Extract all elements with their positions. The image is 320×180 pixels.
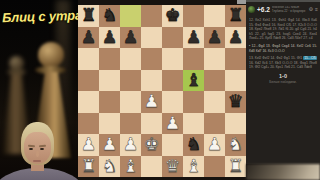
scrollbar-tab[interactable] (237, 0, 246, 4)
square-g4[interactable] (204, 91, 225, 113)
white-pawn: ♟ (81, 136, 97, 154)
square-f7[interactable]: ♟ (183, 27, 204, 49)
square-b1[interactable]: ♞ (99, 156, 120, 178)
square-c4[interactable] (120, 91, 141, 113)
square-e8[interactable]: ♚ (162, 5, 183, 27)
stream-frame: Блиц с утра! ♜♞♚♜♟♟♟♟♟♟♝♟♛♟♟♟♟♚♞♟♞♜♞♝♛♝♜… (0, 0, 320, 180)
square-f3[interactable] (183, 113, 204, 135)
analysis-panel: +6.2 Stockfish 14+ NNUE Глубина 22 · в б… (246, 0, 320, 164)
square-h2[interactable]: ♞ (225, 134, 246, 156)
square-g1[interactable] (204, 156, 225, 178)
square-h6[interactable] (225, 48, 246, 70)
square-d3[interactable] (141, 113, 162, 135)
game-result: 1-0 (246, 73, 320, 79)
square-f2[interactable]: ♞ (183, 134, 204, 156)
black-knight: ♞ (102, 7, 118, 25)
black-pawn: ♟ (228, 28, 244, 46)
current-move-chip[interactable]: 15...Сf5 (303, 56, 317, 60)
black-pawn: ♟ (81, 28, 97, 46)
black-pawn: ♟ (207, 28, 223, 46)
square-f1[interactable]: ♝ (183, 156, 204, 178)
square-h5[interactable] (225, 70, 246, 92)
white-bishop: ♝ (186, 157, 202, 175)
square-g8[interactable] (204, 5, 225, 27)
background-scene: Блиц с утра! (0, 0, 78, 180)
square-c6[interactable] (120, 48, 141, 70)
white-knight: ♞ (228, 136, 244, 154)
square-g7[interactable]: ♟ (204, 27, 225, 49)
engine-eval-row: +6.2 Stockfish 14+ NNUE Глубина 22 · в б… (246, 2, 320, 16)
square-h7[interactable]: ♟ (225, 27, 246, 49)
white-rook: ♜ (81, 157, 97, 175)
white-pawn: ♟ (207, 136, 223, 154)
menu-icon[interactable]: ≡ (315, 7, 318, 12)
square-a8[interactable]: ♜ (78, 5, 99, 27)
square-e6[interactable] (162, 48, 183, 70)
streamer-face (21, 122, 54, 165)
white-pawn: ♟ (165, 114, 181, 132)
white-pawn: ♟ (123, 136, 139, 154)
square-b7[interactable]: ♟ (99, 27, 120, 49)
engine-toggle-icon[interactable] (248, 6, 255, 13)
square-g2[interactable]: ♟ (204, 134, 225, 156)
square-d1[interactable] (141, 156, 162, 178)
square-f4[interactable] (183, 91, 204, 113)
square-d6[interactable] (141, 48, 162, 70)
black-queen: ♛ (228, 93, 244, 111)
square-e2[interactable] (162, 134, 183, 156)
square-c2[interactable]: ♟ (120, 134, 141, 156)
square-a5[interactable] (78, 70, 99, 92)
black-bishop: ♝ (186, 71, 202, 89)
square-f6[interactable] (183, 48, 204, 70)
square-e3[interactable]: ♟ (162, 113, 183, 135)
square-b4[interactable] (99, 91, 120, 113)
white-queen: ♛ (165, 157, 181, 175)
black-rook: ♜ (81, 7, 97, 25)
square-a4[interactable] (78, 91, 99, 113)
square-b2[interactable]: ♟ (99, 134, 120, 156)
white-king: ♚ (144, 136, 160, 154)
white-rook: ♜ (228, 157, 244, 175)
square-e7[interactable] (162, 27, 183, 49)
square-d4[interactable]: ♟ (141, 91, 162, 113)
square-h3[interactable] (225, 113, 246, 135)
square-a6[interactable] (78, 48, 99, 70)
square-f5[interactable]: ♝ (183, 70, 204, 92)
square-g5[interactable] (204, 70, 225, 92)
black-pawn: ♟ (186, 28, 202, 46)
chess-board[interactable]: ♜♞♚♜♟♟♟♟♟♟♝♟♛♟♟♟♟♚♞♟♞♜♞♝♛♝♜ (78, 5, 246, 177)
square-c8[interactable] (120, 5, 141, 27)
analysis-line[interactable]: 13. Кxf2 Фxf2 14. Фe2 Фg1 15. Фf1 15...С… (249, 56, 317, 70)
white-bishop: ♝ (123, 157, 139, 175)
black-pawn: ♟ (123, 28, 139, 46)
square-e1[interactable]: ♛ (162, 156, 183, 178)
square-b3[interactable] (99, 113, 120, 135)
square-c1[interactable]: ♝ (120, 156, 141, 178)
square-d5[interactable] (141, 70, 162, 92)
white-knight: ♞ (102, 157, 118, 175)
white-pawn: ♟ (102, 136, 118, 154)
square-h1[interactable]: ♜ (225, 156, 246, 178)
stream-title: Блиц с утра! (2, 8, 78, 26)
square-f8[interactable] (183, 5, 204, 27)
square-b5[interactable] (99, 70, 120, 92)
black-rook: ♜ (228, 7, 244, 25)
square-h8[interactable]: ♜ (225, 5, 246, 27)
square-a7[interactable]: ♟ (78, 27, 99, 49)
board-shadow (78, 177, 246, 180)
square-d2[interactable]: ♚ (141, 134, 162, 156)
square-e5[interactable] (162, 70, 183, 92)
desk-background (246, 164, 320, 180)
square-a1[interactable]: ♜ (78, 156, 99, 178)
square-h4[interactable]: ♛ (225, 91, 246, 113)
square-b6[interactable] (99, 48, 120, 70)
gear-icon[interactable]: ⚙ (309, 7, 313, 12)
square-e4[interactable] (162, 91, 183, 113)
black-pawn: ♟ (102, 28, 118, 46)
analysis-line[interactable]: 12. Кe2 Кxh1 13. Фxh1 Фg4 14. Кbc3 Кa6 1… (249, 18, 317, 41)
game-result-caption: Белые победили. (246, 80, 320, 84)
black-king: ♚ (165, 7, 181, 25)
square-c7[interactable]: ♟ (120, 27, 141, 49)
square-a2[interactable]: ♟ (78, 134, 99, 156)
square-g6[interactable] (204, 48, 225, 70)
analysis-line[interactable]: • 12...Фg4 13. Фxg4 Сxg4 14. Кxf2 Сe6 15… (249, 44, 317, 53)
square-d8[interactable] (141, 5, 162, 27)
white-pawn: ♟ (144, 93, 160, 111)
square-d7[interactable] (141, 27, 162, 49)
square-c5[interactable] (120, 70, 141, 92)
black-knight: ♞ (186, 136, 202, 154)
square-g3[interactable] (204, 113, 225, 135)
square-a3[interactable] (78, 113, 99, 135)
webcam-view (0, 116, 78, 180)
eval-score: +6.2 (257, 6, 270, 13)
square-c3[interactable] (120, 113, 141, 135)
engine-info: Stockfish 14+ NNUE Глубина 22 · в браузе… (272, 6, 307, 14)
square-b8[interactable]: ♞ (99, 5, 120, 27)
analysis-lines: 12. Кe2 Кxh1 13. Фxh1 Фg4 14. Кbc3 Кa6 1… (246, 16, 320, 70)
